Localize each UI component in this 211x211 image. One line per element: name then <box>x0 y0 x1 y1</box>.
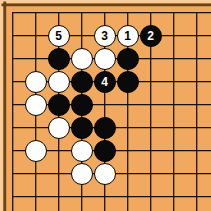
black-stone <box>71 117 93 139</box>
move-number-label: 3 <box>101 29 108 41</box>
move-number-label: 1 <box>124 29 131 41</box>
move-number-label: 4 <box>101 75 108 87</box>
move-number-label: 5 <box>55 29 62 41</box>
black-stone <box>94 140 116 162</box>
white-stone <box>71 48 93 70</box>
black-stone: 2 <box>140 25 162 47</box>
black-stone <box>117 71 139 93</box>
white-stone <box>25 94 47 116</box>
black-stone <box>48 48 70 70</box>
white-stone <box>48 117 70 139</box>
white-stone <box>48 71 70 93</box>
black-stone <box>94 117 116 139</box>
black-stone <box>71 71 93 93</box>
white-stone: 1 <box>117 25 139 47</box>
white-stone <box>71 163 93 185</box>
black-stone: 4 <box>94 71 116 93</box>
white-stone <box>71 140 93 162</box>
go-board-diagram: 53124 <box>0 0 211 211</box>
black-stone <box>117 48 139 70</box>
white-stone <box>25 140 47 162</box>
white-stone <box>94 163 116 185</box>
white-stone <box>94 48 116 70</box>
move-number-label: 2 <box>147 29 154 41</box>
white-stone: 3 <box>94 25 116 47</box>
black-stone <box>71 94 93 116</box>
white-stone: 5 <box>48 25 70 47</box>
black-stone <box>48 94 70 116</box>
white-stone <box>25 71 47 93</box>
